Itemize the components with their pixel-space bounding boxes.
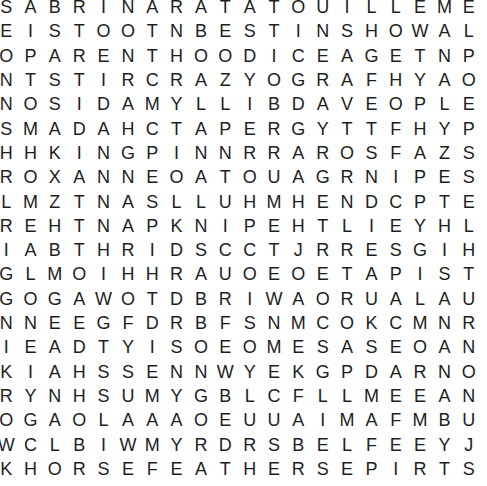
grid-cell[interactable]: T bbox=[140, 44, 164, 68]
grid-cell[interactable]: G bbox=[189, 384, 213, 408]
grid-cell[interactable]: E bbox=[262, 214, 286, 238]
grid-cell[interactable]: I bbox=[91, 0, 115, 19]
grid-cell[interactable]: U bbox=[359, 287, 383, 311]
grid-cell[interactable]: T bbox=[262, 19, 286, 43]
grid-cell[interactable]: E bbox=[140, 165, 164, 189]
grid-cell[interactable]: P bbox=[140, 141, 164, 165]
grid-cell[interactable]: I bbox=[164, 141, 188, 165]
grid-cell[interactable]: A bbox=[311, 92, 335, 116]
grid-cell[interactable]: W bbox=[0, 432, 18, 456]
grid-cell[interactable]: U bbox=[116, 384, 140, 408]
grid-cell[interactable]: Y bbox=[18, 384, 42, 408]
grid-cell[interactable]: Y bbox=[432, 116, 456, 140]
grid-cell[interactable]: I bbox=[238, 287, 262, 311]
grid-cell[interactable]: W bbox=[408, 19, 432, 43]
grid-cell[interactable]: S bbox=[359, 335, 383, 359]
grid-cell[interactable]: R bbox=[311, 238, 335, 262]
grid-cell[interactable]: E bbox=[43, 311, 67, 335]
grid-cell[interactable]: D bbox=[67, 116, 91, 140]
grid-cell[interactable]: S bbox=[432, 262, 456, 286]
grid-cell[interactable]: I bbox=[18, 19, 42, 43]
grid-cell[interactable]: T bbox=[311, 214, 335, 238]
grid-cell[interactable]: O bbox=[384, 92, 408, 116]
grid-cell[interactable]: R bbox=[408, 457, 432, 481]
grid-cell[interactable]: E bbox=[238, 116, 262, 140]
grid-cell[interactable]: M bbox=[18, 189, 42, 213]
grid-cell[interactable]: L bbox=[189, 92, 213, 116]
grid-cell[interactable]: E bbox=[457, 0, 481, 19]
grid-cell[interactable]: I bbox=[140, 238, 164, 262]
grid-cell[interactable]: N bbox=[335, 189, 359, 213]
grid-cell[interactable]: S bbox=[43, 68, 67, 92]
grid-cell[interactable]: A bbox=[43, 408, 67, 432]
grid-cell[interactable]: S bbox=[189, 238, 213, 262]
grid-cell[interactable]: S bbox=[238, 311, 262, 335]
grid-cell[interactable]: G bbox=[359, 44, 383, 68]
grid-cell[interactable]: O bbox=[116, 19, 140, 43]
grid-cell[interactable]: N bbox=[0, 92, 18, 116]
grid-cell[interactable]: O bbox=[0, 408, 18, 432]
grid-cell[interactable]: Z bbox=[432, 141, 456, 165]
grid-cell[interactable]: G bbox=[408, 238, 432, 262]
grid-cell[interactable]: C bbox=[384, 189, 408, 213]
grid-cell[interactable]: N bbox=[213, 141, 237, 165]
grid-cell[interactable]: W bbox=[213, 359, 237, 383]
grid-cell[interactable]: A bbox=[335, 335, 359, 359]
grid-cell[interactable]: E bbox=[286, 335, 310, 359]
grid-cell[interactable]: H bbox=[238, 457, 262, 481]
grid-cell[interactable]: H bbox=[432, 214, 456, 238]
grid-cell[interactable]: A bbox=[43, 116, 67, 140]
grid-cell[interactable]: L bbox=[457, 214, 481, 238]
grid-cell[interactable]: T bbox=[262, 238, 286, 262]
grid-cell[interactable]: P bbox=[457, 116, 481, 140]
grid-cell[interactable]: R bbox=[0, 165, 18, 189]
grid-cell[interactable]: D bbox=[213, 432, 237, 456]
grid-cell[interactable]: I bbox=[408, 262, 432, 286]
grid-cell[interactable]: N bbox=[262, 311, 286, 335]
grid-cell[interactable]: N bbox=[43, 384, 67, 408]
grid-cell[interactable]: A bbox=[67, 165, 91, 189]
grid-cell[interactable]: N bbox=[91, 189, 115, 213]
grid-cell[interactable]: T bbox=[140, 287, 164, 311]
grid-cell[interactable]: M bbox=[432, 0, 456, 19]
grid-cell[interactable]: L bbox=[164, 189, 188, 213]
grid-cell[interactable]: O bbox=[238, 165, 262, 189]
grid-cell[interactable]: O bbox=[286, 262, 310, 286]
grid-cell[interactable]: H bbox=[286, 189, 310, 213]
grid-cell[interactable]: O bbox=[91, 19, 115, 43]
grid-cell[interactable]: A bbox=[432, 19, 456, 43]
grid-cell[interactable]: T bbox=[164, 116, 188, 140]
grid-cell[interactable]: T bbox=[67, 68, 91, 92]
grid-cell[interactable]: K bbox=[286, 359, 310, 383]
grid-cell[interactable]: D bbox=[286, 92, 310, 116]
grid-cell[interactable]: T bbox=[335, 116, 359, 140]
grid-cell[interactable]: N bbox=[432, 44, 456, 68]
grid-cell[interactable]: E bbox=[164, 457, 188, 481]
grid-cell[interactable]: E bbox=[67, 311, 91, 335]
grid-cell[interactable]: S bbox=[311, 335, 335, 359]
grid-cell[interactable]: S bbox=[140, 189, 164, 213]
grid-cell[interactable]: B bbox=[213, 384, 237, 408]
grid-cell[interactable]: F bbox=[286, 384, 310, 408]
grid-cell[interactable]: L bbox=[18, 262, 42, 286]
grid-cell[interactable]: H bbox=[91, 238, 115, 262]
grid-cell[interactable]: O bbox=[0, 44, 18, 68]
grid-cell[interactable]: G bbox=[286, 116, 310, 140]
grid-cell[interactable]: E bbox=[213, 19, 237, 43]
grid-cell[interactable]: L bbox=[311, 384, 335, 408]
grid-cell[interactable]: I bbox=[213, 214, 237, 238]
grid-cell[interactable]: U bbox=[262, 165, 286, 189]
grid-cell[interactable]: L bbox=[213, 92, 237, 116]
grid-cell[interactable]: J bbox=[286, 238, 310, 262]
grid-cell[interactable]: M bbox=[140, 432, 164, 456]
grid-cell[interactable]: R bbox=[335, 165, 359, 189]
grid-cell[interactable]: N bbox=[311, 19, 335, 43]
grid-cell[interactable]: P bbox=[335, 359, 359, 383]
grid-cell[interactable]: G bbox=[311, 359, 335, 383]
grid-cell[interactable]: L bbox=[359, 0, 383, 19]
grid-cell[interactable]: E bbox=[457, 92, 481, 116]
grid-cell[interactable]: G bbox=[116, 141, 140, 165]
grid-cell[interactable]: N bbox=[359, 165, 383, 189]
grid-cell[interactable]: B bbox=[189, 287, 213, 311]
grid-cell[interactable]: A bbox=[116, 214, 140, 238]
grid-cell[interactable]: A bbox=[286, 141, 310, 165]
grid-cell[interactable]: I bbox=[311, 408, 335, 432]
grid-cell[interactable]: S bbox=[335, 19, 359, 43]
grid-cell[interactable]: I bbox=[67, 141, 91, 165]
grid-cell[interactable]: E bbox=[457, 189, 481, 213]
grid-cell[interactable]: I bbox=[91, 432, 115, 456]
grid-cell[interactable]: C bbox=[18, 432, 42, 456]
grid-cell[interactable]: U bbox=[262, 408, 286, 432]
grid-cell[interactable]: G bbox=[286, 68, 310, 92]
grid-cell[interactable]: G bbox=[91, 311, 115, 335]
grid-cell[interactable]: P bbox=[238, 214, 262, 238]
grid-cell[interactable]: R bbox=[408, 359, 432, 383]
grid-cell[interactable]: A bbox=[43, 335, 67, 359]
grid-cell[interactable]: G bbox=[0, 287, 18, 311]
grid-cell[interactable]: A bbox=[189, 0, 213, 19]
grid-cell[interactable]: C bbox=[213, 238, 237, 262]
grid-cell[interactable]: Y bbox=[164, 432, 188, 456]
grid-cell[interactable]: O bbox=[311, 287, 335, 311]
grid-cell[interactable]: E bbox=[311, 432, 335, 456]
grid-cell[interactable]: E bbox=[262, 262, 286, 286]
grid-cell[interactable]: E bbox=[408, 432, 432, 456]
grid-cell[interactable]: I bbox=[238, 92, 262, 116]
grid-cell[interactable]: X bbox=[43, 165, 67, 189]
grid-cell[interactable]: N bbox=[91, 141, 115, 165]
grid-cell[interactable]: M bbox=[140, 384, 164, 408]
grid-cell[interactable]: L bbox=[238, 384, 262, 408]
grid-cell[interactable]: G bbox=[43, 287, 67, 311]
grid-cell[interactable]: S bbox=[91, 457, 115, 481]
grid-cell[interactable]: P bbox=[213, 116, 237, 140]
grid-cell[interactable]: O bbox=[335, 141, 359, 165]
grid-cell[interactable]: C bbox=[311, 311, 335, 335]
grid-cell[interactable]: A bbox=[189, 262, 213, 286]
grid-cell[interactable]: H bbox=[18, 457, 42, 481]
grid-cell[interactable]: S bbox=[311, 457, 335, 481]
grid-cell[interactable]: E bbox=[262, 457, 286, 481]
grid-cell[interactable]: O bbox=[457, 68, 481, 92]
grid-cell[interactable]: I bbox=[0, 335, 18, 359]
grid-cell[interactable]: H bbox=[457, 238, 481, 262]
grid-cell[interactable]: A bbox=[384, 359, 408, 383]
grid-cell[interactable]: E bbox=[359, 92, 383, 116]
grid-cell[interactable]: T bbox=[432, 457, 456, 481]
grid-cell[interactable]: P bbox=[408, 92, 432, 116]
grid-cell[interactable]: T bbox=[408, 44, 432, 68]
grid-cell[interactable]: S bbox=[262, 432, 286, 456]
grid-cell[interactable]: P bbox=[18, 44, 42, 68]
grid-cell[interactable]: D bbox=[164, 287, 188, 311]
grid-cell[interactable]: A bbox=[43, 44, 67, 68]
grid-cell[interactable]: T bbox=[67, 189, 91, 213]
grid-cell[interactable]: E bbox=[335, 457, 359, 481]
grid-cell[interactable]: L bbox=[457, 19, 481, 43]
grid-cell[interactable]: S bbox=[359, 141, 383, 165]
grid-cell[interactable]: I bbox=[140, 335, 164, 359]
grid-cell[interactable]: E bbox=[432, 165, 456, 189]
grid-cell[interactable]: R bbox=[311, 68, 335, 92]
grid-cell[interactable]: L bbox=[43, 432, 67, 456]
grid-cell[interactable]: N bbox=[164, 19, 188, 43]
grid-cell[interactable]: E bbox=[384, 214, 408, 238]
grid-cell[interactable]: O bbox=[238, 335, 262, 359]
grid-cell[interactable]: J bbox=[457, 432, 481, 456]
grid-cell[interactable]: K bbox=[0, 457, 18, 481]
grid-cell[interactable]: R bbox=[164, 68, 188, 92]
grid-cell[interactable]: E bbox=[91, 44, 115, 68]
grid-cell[interactable]: I bbox=[18, 359, 42, 383]
grid-cell[interactable]: I bbox=[384, 457, 408, 481]
grid-cell[interactable]: P bbox=[408, 189, 432, 213]
grid-cell[interactable]: K bbox=[359, 311, 383, 335]
grid-cell[interactable]: O bbox=[189, 408, 213, 432]
grid-cell[interactable]: Y bbox=[238, 359, 262, 383]
grid-cell[interactable]: R bbox=[116, 238, 140, 262]
grid-cell[interactable]: H bbox=[286, 214, 310, 238]
grid-cell[interactable]: Y bbox=[311, 116, 335, 140]
grid-cell[interactable]: N bbox=[91, 214, 115, 238]
grid-cell[interactable]: T bbox=[91, 335, 115, 359]
grid-cell[interactable]: B bbox=[43, 0, 67, 19]
grid-cell[interactable]: R bbox=[286, 457, 310, 481]
grid-cell[interactable]: N bbox=[164, 359, 188, 383]
grid-cell[interactable]: O bbox=[335, 311, 359, 335]
grid-cell[interactable]: A bbox=[335, 68, 359, 92]
grid-cell[interactable]: S bbox=[91, 384, 115, 408]
grid-cell[interactable]: I bbox=[67, 92, 91, 116]
grid-cell[interactable]: B bbox=[189, 311, 213, 335]
grid-cell[interactable]: A bbox=[359, 262, 383, 286]
grid-cell[interactable]: A bbox=[43, 359, 67, 383]
grid-cell[interactable]: R bbox=[164, 311, 188, 335]
grid-cell[interactable]: O bbox=[384, 19, 408, 43]
grid-cell[interactable]: I bbox=[384, 165, 408, 189]
grid-cell[interactable]: P bbox=[408, 165, 432, 189]
grid-cell[interactable]: R bbox=[311, 141, 335, 165]
grid-cell[interactable]: Y bbox=[164, 92, 188, 116]
grid-cell[interactable]: A bbox=[164, 408, 188, 432]
grid-cell[interactable]: D bbox=[359, 359, 383, 383]
grid-cell[interactable]: A bbox=[432, 384, 456, 408]
grid-cell[interactable]: N bbox=[0, 311, 18, 335]
grid-cell[interactable]: S bbox=[91, 359, 115, 383]
grid-cell[interactable]: O bbox=[408, 335, 432, 359]
grid-cell[interactable]: R bbox=[262, 116, 286, 140]
grid-cell[interactable]: P bbox=[359, 457, 383, 481]
grid-cell[interactable]: H bbox=[18, 141, 42, 165]
grid-cell[interactable]: D bbox=[238, 44, 262, 68]
grid-cell[interactable]: L bbox=[432, 92, 456, 116]
grid-cell[interactable]: A bbox=[189, 116, 213, 140]
grid-cell[interactable]: O bbox=[457, 359, 481, 383]
grid-cell[interactable]: E bbox=[140, 359, 164, 383]
grid-cell[interactable]: S bbox=[457, 457, 481, 481]
grid-cell[interactable]: R bbox=[213, 287, 237, 311]
grid-cell[interactable]: T bbox=[432, 189, 456, 213]
grid-cell[interactable]: U bbox=[457, 408, 481, 432]
grid-cell[interactable]: Y bbox=[408, 68, 432, 92]
grid-cell[interactable]: I bbox=[91, 68, 115, 92]
grid-cell[interactable]: A bbox=[286, 408, 310, 432]
grid-cell[interactable]: E bbox=[408, 384, 432, 408]
grid-cell[interactable]: P bbox=[457, 44, 481, 68]
grid-cell[interactable]: R bbox=[335, 287, 359, 311]
grid-cell[interactable]: S bbox=[238, 19, 262, 43]
grid-cell[interactable]: E bbox=[116, 457, 140, 481]
grid-cell[interactable]: O bbox=[18, 92, 42, 116]
grid-cell[interactable]: H bbox=[67, 359, 91, 383]
grid-cell[interactable]: I bbox=[91, 262, 115, 286]
grid-cell[interactable]: E bbox=[311, 44, 335, 68]
grid-cell[interactable]: W bbox=[262, 287, 286, 311]
grid-cell[interactable]: E bbox=[18, 214, 42, 238]
grid-cell[interactable]: W bbox=[116, 432, 140, 456]
grid-cell[interactable]: B bbox=[432, 408, 456, 432]
grid-cell[interactable]: A bbox=[91, 116, 115, 140]
grid-cell[interactable]: O bbox=[286, 0, 310, 19]
grid-cell[interactable]: M bbox=[359, 384, 383, 408]
grid-cell[interactable]: N bbox=[18, 311, 42, 335]
grid-cell[interactable]: R bbox=[67, 457, 91, 481]
grid-cell[interactable]: I bbox=[359, 214, 383, 238]
grid-cell[interactable]: R bbox=[262, 141, 286, 165]
grid-cell[interactable]: L bbox=[335, 432, 359, 456]
grid-cell[interactable]: A bbox=[116, 92, 140, 116]
grid-cell[interactable]: N bbox=[189, 359, 213, 383]
grid-cell[interactable]: R bbox=[238, 432, 262, 456]
grid-cell[interactable]: N bbox=[116, 44, 140, 68]
grid-cell[interactable]: H bbox=[384, 68, 408, 92]
grid-cell[interactable]: D bbox=[359, 189, 383, 213]
grid-cell[interactable]: I bbox=[262, 44, 286, 68]
grid-cell[interactable]: S bbox=[457, 165, 481, 189]
grid-cell[interactable]: A bbox=[116, 408, 140, 432]
grid-cell[interactable]: S bbox=[43, 92, 67, 116]
grid-cell[interactable]: E bbox=[213, 335, 237, 359]
grid-cell[interactable]: W bbox=[91, 287, 115, 311]
grid-cell[interactable]: F bbox=[213, 311, 237, 335]
grid-cell[interactable]: E bbox=[384, 432, 408, 456]
grid-cell[interactable]: C bbox=[262, 384, 286, 408]
grid-cell[interactable]: T bbox=[213, 0, 237, 19]
grid-cell[interactable]: I bbox=[0, 238, 18, 262]
grid-cell[interactable]: N bbox=[116, 0, 140, 19]
grid-cell[interactable]: F bbox=[359, 68, 383, 92]
grid-cell[interactable]: A bbox=[286, 165, 310, 189]
grid-cell[interactable]: Y bbox=[432, 432, 456, 456]
grid-cell[interactable]: U bbox=[213, 262, 237, 286]
grid-cell[interactable]: K bbox=[43, 141, 67, 165]
grid-cell[interactable]: H bbox=[238, 189, 262, 213]
grid-cell[interactable]: T bbox=[67, 214, 91, 238]
grid-cell[interactable]: R bbox=[67, 0, 91, 19]
grid-cell[interactable]: T bbox=[457, 262, 481, 286]
grid-cell[interactable]: T bbox=[213, 165, 237, 189]
grid-cell[interactable]: M bbox=[140, 92, 164, 116]
grid-cell[interactable]: H bbox=[408, 116, 432, 140]
grid-cell[interactable]: N bbox=[189, 141, 213, 165]
grid-cell[interactable]: C bbox=[384, 311, 408, 335]
grid-cell[interactable]: E bbox=[384, 335, 408, 359]
grid-cell[interactable]: O bbox=[67, 262, 91, 286]
grid-cell[interactable]: N bbox=[457, 384, 481, 408]
grid-cell[interactable]: M bbox=[262, 189, 286, 213]
grid-cell[interactable]: A bbox=[335, 44, 359, 68]
grid-cell[interactable]: G bbox=[311, 165, 335, 189]
grid-cell[interactable]: R bbox=[0, 214, 18, 238]
grid-cell[interactable]: F bbox=[384, 116, 408, 140]
grid-cell[interactable]: L bbox=[384, 0, 408, 19]
grid-cell[interactable]: A bbox=[359, 408, 383, 432]
grid-cell[interactable]: D bbox=[91, 92, 115, 116]
grid-cell[interactable]: B bbox=[67, 432, 91, 456]
grid-cell[interactable]: E bbox=[384, 384, 408, 408]
grid-cell[interactable]: O bbox=[213, 44, 237, 68]
grid-cell[interactable]: H bbox=[43, 214, 67, 238]
grid-cell[interactable]: C bbox=[140, 116, 164, 140]
grid-cell[interactable]: O bbox=[164, 165, 188, 189]
grid-cell[interactable]: A bbox=[189, 457, 213, 481]
grid-cell[interactable]: K bbox=[164, 214, 188, 238]
grid-cell[interactable]: L bbox=[91, 408, 115, 432]
grid-cell[interactable]: A bbox=[116, 189, 140, 213]
grid-cell[interactable]: N bbox=[432, 311, 456, 335]
grid-cell[interactable]: T bbox=[18, 68, 42, 92]
grid-cell[interactable]: M bbox=[43, 262, 67, 286]
grid-cell[interactable]: D bbox=[67, 335, 91, 359]
grid-cell[interactable]: L bbox=[335, 214, 359, 238]
grid-cell[interactable]: N bbox=[116, 165, 140, 189]
grid-cell[interactable]: Z bbox=[43, 189, 67, 213]
grid-cell[interactable]: N bbox=[457, 335, 481, 359]
grid-cell[interactable]: R bbox=[189, 432, 213, 456]
grid-cell[interactable]: B bbox=[262, 92, 286, 116]
grid-cell[interactable]: U bbox=[213, 189, 237, 213]
grid-cell[interactable]: R bbox=[335, 238, 359, 262]
grid-cell[interactable]: S bbox=[116, 359, 140, 383]
grid-cell[interactable]: C bbox=[286, 44, 310, 68]
grid-cell[interactable]: Y bbox=[116, 335, 140, 359]
grid-cell[interactable]: E bbox=[213, 408, 237, 432]
